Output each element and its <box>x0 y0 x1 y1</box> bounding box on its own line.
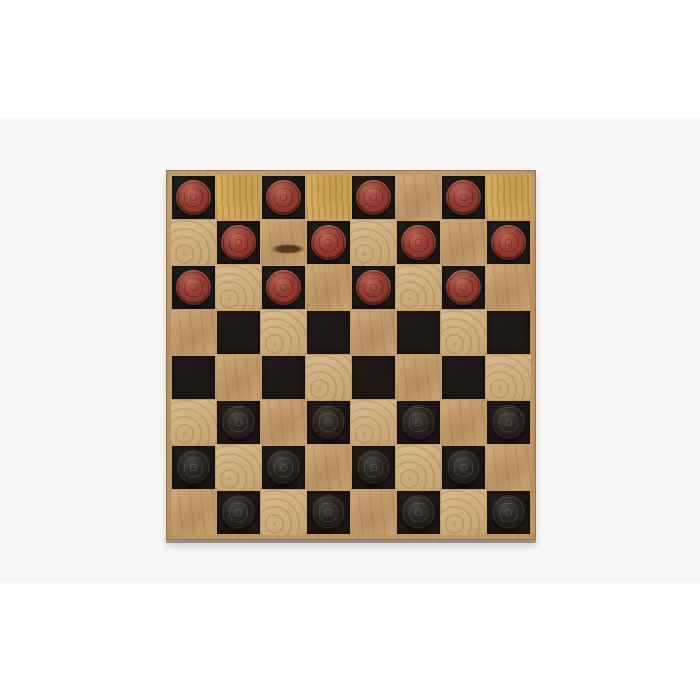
dark-square-13[interactable] <box>216 310 261 355</box>
light-square-r5c2 <box>261 400 306 445</box>
light-square-r5c6 <box>441 400 486 445</box>
dark-square-9[interactable] <box>171 265 216 310</box>
black-checker-square-31[interactable] <box>401 495 436 530</box>
black-checker-square-27[interactable] <box>356 450 391 485</box>
light-square-r2c7 <box>486 265 531 310</box>
light-square-r7c2 <box>261 490 306 535</box>
light-square-r7c4 <box>351 490 396 535</box>
red-checker-square-6[interactable] <box>311 225 346 260</box>
red-checker-square-7[interactable] <box>401 225 436 260</box>
dark-square-21[interactable] <box>216 400 261 445</box>
light-square-r5c0 <box>171 400 216 445</box>
black-checker-square-29[interactable] <box>221 495 256 530</box>
dark-square-1[interactable] <box>171 175 216 220</box>
dark-square-10[interactable] <box>261 265 306 310</box>
dark-square-6[interactable] <box>306 220 351 265</box>
dark-square-16[interactable] <box>486 310 531 355</box>
light-square-r0c1 <box>216 175 261 220</box>
dark-square-12[interactable] <box>441 265 486 310</box>
red-checker-square-9[interactable] <box>176 270 211 305</box>
dark-square-18[interactable] <box>261 355 306 400</box>
light-square-r3c6 <box>441 310 486 355</box>
light-square-r2c1 <box>216 265 261 310</box>
dark-square-22[interactable] <box>306 400 351 445</box>
red-checker-square-1[interactable] <box>176 180 211 215</box>
dark-square-17[interactable] <box>171 355 216 400</box>
dark-square-4[interactable] <box>441 175 486 220</box>
light-square-r3c0 <box>171 310 216 355</box>
dark-square-25[interactable] <box>171 445 216 490</box>
dark-square-29[interactable] <box>216 490 261 535</box>
light-square-r3c2 <box>261 310 306 355</box>
light-square-r1c0 <box>171 220 216 265</box>
red-checker-square-3[interactable] <box>356 180 391 215</box>
light-square-r4c3 <box>306 355 351 400</box>
dark-square-19[interactable] <box>351 355 396 400</box>
light-square-r4c5 <box>396 355 441 400</box>
light-square-r2c5 <box>396 265 441 310</box>
dark-square-28[interactable] <box>441 445 486 490</box>
black-checker-square-30[interactable] <box>311 495 346 530</box>
dark-square-7[interactable] <box>396 220 441 265</box>
black-checker-square-22[interactable] <box>311 405 346 440</box>
light-square-r4c7 <box>486 355 531 400</box>
dark-square-30[interactable] <box>306 490 351 535</box>
dark-square-8[interactable] <box>486 220 531 265</box>
light-square-r4c1 <box>216 355 261 400</box>
dark-square-2[interactable] <box>261 175 306 220</box>
black-checker-square-21[interactable] <box>221 405 256 440</box>
light-square-r7c6 <box>441 490 486 535</box>
light-square-r2c3 <box>306 265 351 310</box>
dark-square-23[interactable] <box>396 400 441 445</box>
dark-square-20[interactable] <box>441 355 486 400</box>
red-checker-square-12[interactable] <box>446 270 481 305</box>
dark-square-27[interactable] <box>351 445 396 490</box>
dark-square-32[interactable] <box>486 490 531 535</box>
black-checker-square-26[interactable] <box>266 450 301 485</box>
light-square-r6c1 <box>216 445 261 490</box>
dark-square-31[interactable] <box>396 490 441 535</box>
red-checker-square-2[interactable] <box>266 180 301 215</box>
checkers-board <box>166 170 536 540</box>
light-square-r3c4 <box>351 310 396 355</box>
dark-square-5[interactable] <box>216 220 261 265</box>
light-square-r6c3 <box>306 445 351 490</box>
light-square-r0c3 <box>306 175 351 220</box>
light-square-r5c4 <box>351 400 396 445</box>
light-square-r6c5 <box>396 445 441 490</box>
dark-square-3[interactable] <box>351 175 396 220</box>
red-checker-square-8[interactable] <box>491 225 526 260</box>
red-checker-square-10[interactable] <box>266 270 301 305</box>
light-square-r1c6 <box>441 220 486 265</box>
dark-square-14[interactable] <box>306 310 351 355</box>
photo-background <box>0 118 700 582</box>
black-checker-square-23[interactable] <box>401 405 436 440</box>
light-square-r6c7 <box>486 445 531 490</box>
red-checker-square-5[interactable] <box>221 225 256 260</box>
dark-square-15[interactable] <box>396 310 441 355</box>
black-checker-square-28[interactable] <box>446 450 481 485</box>
dark-square-11[interactable] <box>351 265 396 310</box>
light-square-r1c4 <box>351 220 396 265</box>
light-square-r7c0 <box>171 490 216 535</box>
dark-square-24[interactable] <box>486 400 531 445</box>
black-checker-square-25[interactable] <box>176 450 211 485</box>
dark-square-26[interactable] <box>261 445 306 490</box>
black-checker-square-32[interactable] <box>491 495 526 530</box>
red-checker-square-11[interactable] <box>356 270 391 305</box>
light-square-r1c2 <box>261 220 306 265</box>
light-square-r0c5 <box>396 175 441 220</box>
black-checker-square-24[interactable] <box>491 405 526 440</box>
light-square-r0c7 <box>486 175 531 220</box>
red-checker-square-4[interactable] <box>446 180 481 215</box>
